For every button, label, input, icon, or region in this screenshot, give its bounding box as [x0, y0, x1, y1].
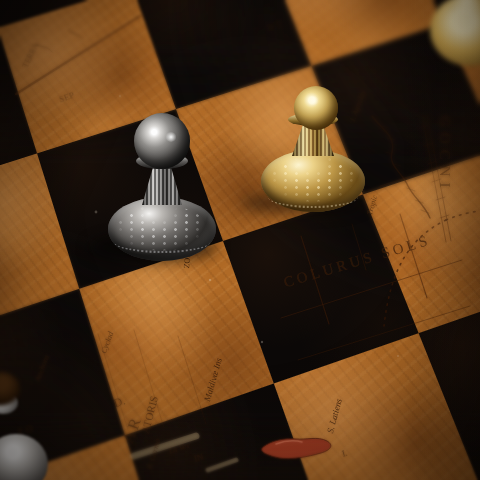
brass-pawn[interactable] [261, 84, 365, 218]
edge-piece-bottom-left[interactable] [0, 434, 48, 480]
piece-body [0, 434, 48, 480]
photo-frame: COLURUS SOLSI. S. PauliI. AgnolayGOCNIS.… [0, 0, 480, 480]
silver-pawn[interactable] [107, 113, 217, 263]
pawn-base-rim [114, 231, 210, 253]
pawn-head [134, 113, 190, 169]
pawn-head [294, 86, 338, 130]
map-label: GOCNI [437, 116, 452, 194]
pawn-base-rim [268, 186, 358, 208]
edge-piece-top-right[interactable] [424, 0, 480, 72]
piece-body [0, 372, 20, 406]
edge-piece-left-dark[interactable] [0, 372, 20, 406]
